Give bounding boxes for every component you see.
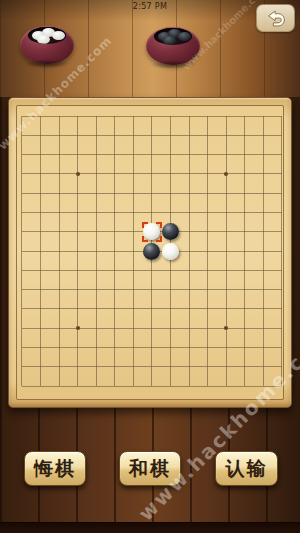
board-intersection[interactable]	[236, 299, 255, 318]
board-intersection[interactable]	[13, 376, 32, 395]
board-intersection[interactable]	[198, 319, 217, 338]
board-intersection[interactable]	[106, 338, 125, 357]
board-intersection[interactable]	[198, 106, 217, 125]
board-intersection[interactable]	[217, 241, 236, 260]
board-intersection[interactable]	[124, 376, 143, 395]
board-intersection[interactable]	[273, 357, 292, 376]
board-intersection[interactable]	[180, 261, 199, 280]
board-grid	[13, 106, 292, 395]
board-intersection[interactable]	[273, 261, 292, 280]
board-intersection[interactable]	[50, 299, 69, 318]
board-intersection[interactable]	[87, 241, 106, 260]
board-intersection[interactable]	[106, 376, 125, 395]
board-intersection[interactable]	[217, 222, 236, 241]
board-intersection[interactable]	[124, 319, 143, 338]
board-intersection[interactable]	[143, 222, 162, 241]
board-intersection[interactable]	[124, 299, 143, 318]
board-intersection[interactable]	[50, 203, 69, 222]
board-intersection[interactable]	[13, 145, 32, 164]
board-intersection[interactable]	[31, 261, 50, 280]
board-intersection[interactable]	[161, 106, 180, 125]
board-intersection[interactable]	[198, 222, 217, 241]
board-intersection[interactable]	[180, 338, 199, 357]
board-intersection[interactable]	[68, 106, 87, 125]
board-intersection[interactable]	[106, 126, 125, 145]
board-intersection[interactable]	[273, 376, 292, 395]
board-intersection[interactable]	[50, 319, 69, 338]
board-intersection[interactable]	[124, 164, 143, 183]
board-intersection[interactable]	[87, 106, 106, 125]
board-intersection[interactable]	[87, 145, 106, 164]
board-intersection[interactable]	[198, 376, 217, 395]
board-intersection[interactable]	[254, 241, 273, 260]
board-intersection[interactable]	[236, 126, 255, 145]
board-intersection[interactable]	[198, 203, 217, 222]
white-stone-bowl	[20, 26, 74, 64]
board-intersection[interactable]	[50, 106, 69, 125]
board-intersection[interactable]	[50, 357, 69, 376]
board-intersection[interactable]	[273, 145, 292, 164]
board-intersection[interactable]	[87, 338, 106, 357]
board-intersection[interactable]	[143, 376, 162, 395]
board-intersection[interactable]	[161, 164, 180, 183]
board-intersection[interactable]	[106, 222, 125, 241]
board-intersection[interactable]	[217, 299, 236, 318]
board-intersection[interactable]	[180, 164, 199, 183]
board-intersection[interactable]	[161, 222, 180, 241]
board-intersection[interactable]	[236, 261, 255, 280]
board-intersection[interactable]	[254, 319, 273, 338]
board-intersection[interactable]	[217, 184, 236, 203]
board-intersection[interactable]	[50, 164, 69, 183]
board-intersection[interactable]	[124, 261, 143, 280]
board-intersection[interactable]	[143, 241, 162, 260]
board-intersection[interactable]	[254, 338, 273, 357]
bowl-opening	[154, 28, 192, 45]
board-intersection[interactable]	[254, 357, 273, 376]
board-intersection[interactable]	[161, 357, 180, 376]
board-intersection[interactable]	[13, 203, 32, 222]
board-intersection[interactable]	[143, 299, 162, 318]
board-intersection[interactable]	[180, 357, 199, 376]
board-intersection[interactable]	[106, 299, 125, 318]
board-intersection[interactable]	[31, 299, 50, 318]
resign-button[interactable]: 认输	[215, 451, 278, 486]
star-point	[224, 326, 228, 330]
black-stone	[143, 243, 160, 260]
board-intersection[interactable]	[13, 299, 32, 318]
board-intersection[interactable]	[68, 203, 87, 222]
board-intersection[interactable]	[161, 241, 180, 260]
board-intersection[interactable]	[273, 299, 292, 318]
board-intersection[interactable]	[161, 145, 180, 164]
board-intersection[interactable]	[254, 299, 273, 318]
star-point	[224, 172, 228, 176]
board-intersection[interactable]	[254, 222, 273, 241]
board-intersection[interactable]	[217, 319, 236, 338]
undo-move-button[interactable]: 悔棋	[24, 451, 86, 486]
board-intersection[interactable]	[236, 357, 255, 376]
board-intersection[interactable]	[273, 241, 292, 260]
board-intersection[interactable]	[31, 338, 50, 357]
board-intersection[interactable]	[13, 338, 32, 357]
board-intersection[interactable]	[68, 357, 87, 376]
board-intersection[interactable]	[50, 280, 69, 299]
offer-draw-button[interactable]: 和棋	[119, 451, 181, 486]
black-stone-bowl	[146, 27, 200, 65]
board-intersection[interactable]	[180, 126, 199, 145]
board-intersection[interactable]	[236, 319, 255, 338]
board-intersection[interactable]	[31, 376, 50, 395]
board-intersection[interactable]	[50, 241, 69, 260]
board-intersection[interactable]	[31, 319, 50, 338]
board-intersection[interactable]	[106, 319, 125, 338]
board-intersection[interactable]	[31, 241, 50, 260]
board-intersection[interactable]	[124, 280, 143, 299]
board-intersection[interactable]	[273, 164, 292, 183]
board-intersection[interactable]	[180, 184, 199, 203]
app-screen: 2:57 PM 悔棋 和棋 认输 www.hackhome.com www.ha…	[0, 0, 300, 533]
board-intersection[interactable]	[273, 338, 292, 357]
last-move-marker	[142, 222, 162, 242]
board-intersection[interactable]	[106, 106, 125, 125]
board-intersection[interactable]	[180, 299, 199, 318]
board-intersection[interactable]	[13, 241, 32, 260]
board-intersection[interactable]	[180, 319, 199, 338]
board-intersection[interactable]	[31, 164, 50, 183]
star-point	[76, 326, 80, 330]
board-intersection[interactable]	[13, 357, 32, 376]
board-intersection[interactable]	[236, 338, 255, 357]
board-intersection[interactable]	[254, 376, 273, 395]
board-intersection[interactable]	[124, 203, 143, 222]
board-intersection[interactable]	[198, 338, 217, 357]
board-intersection[interactable]	[50, 261, 69, 280]
board-intersection[interactable]	[68, 222, 87, 241]
board-intersection[interactable]	[31, 184, 50, 203]
board-intersection[interactable]	[68, 164, 87, 183]
board-intersection[interactable]	[217, 145, 236, 164]
board-intersection[interactable]	[161, 126, 180, 145]
board-intersection[interactable]	[254, 145, 273, 164]
board-intersection[interactable]	[143, 280, 162, 299]
board-intersection[interactable]	[273, 319, 292, 338]
board-intersection[interactable]	[50, 126, 69, 145]
board-intersection[interactable]	[161, 299, 180, 318]
board-intersection[interactable]	[106, 261, 125, 280]
board-intersection[interactable]	[31, 357, 50, 376]
board-intersection[interactable]	[13, 222, 32, 241]
board-intersection[interactable]	[161, 338, 180, 357]
board-intersection[interactable]	[161, 280, 180, 299]
board-intersection[interactable]	[217, 261, 236, 280]
board-intersection[interactable]	[87, 184, 106, 203]
board-intersection[interactable]	[124, 338, 143, 357]
board-intersection[interactable]	[198, 357, 217, 376]
board-intersection[interactable]	[273, 203, 292, 222]
board-intersection[interactable]	[236, 106, 255, 125]
board-intersection[interactable]	[68, 261, 87, 280]
board-intersection[interactable]	[50, 376, 69, 395]
board-intersection[interactable]	[236, 222, 255, 241]
board-intersection[interactable]	[143, 126, 162, 145]
status-bar-time: 2:57 PM	[0, 2, 300, 11]
board-intersection[interactable]	[254, 261, 273, 280]
board-intersection[interactable]	[143, 319, 162, 338]
board-intersection[interactable]	[236, 164, 255, 183]
board-intersection[interactable]	[13, 126, 32, 145]
board-intersection[interactable]	[31, 145, 50, 164]
board-intersection[interactable]	[180, 106, 199, 125]
board-intersection[interactable]	[13, 164, 32, 183]
board-intersection[interactable]	[68, 241, 87, 260]
board-intersection[interactable]	[87, 280, 106, 299]
board-intersection[interactable]	[198, 126, 217, 145]
board-intersection[interactable]	[87, 376, 106, 395]
board-intersection[interactable]	[68, 299, 87, 318]
board-intersection[interactable]	[217, 280, 236, 299]
wood-baseboard	[0, 522, 300, 533]
board-intersection[interactable]	[13, 261, 32, 280]
board-intersection[interactable]	[143, 106, 162, 125]
board-intersection[interactable]	[68, 338, 87, 357]
board-intersection[interactable]	[180, 145, 199, 164]
board-intersection[interactable]	[124, 106, 143, 125]
board-intersection[interactable]	[13, 184, 32, 203]
board-intersection[interactable]	[217, 106, 236, 125]
board-intersection[interactable]	[87, 126, 106, 145]
board-intersection[interactable]	[236, 280, 255, 299]
board-intersection[interactable]	[143, 184, 162, 203]
board-intersection[interactable]	[124, 145, 143, 164]
board-intersection[interactable]	[31, 126, 50, 145]
board-intersection[interactable]	[87, 222, 106, 241]
white-stone	[162, 243, 179, 260]
board-intersection[interactable]	[180, 280, 199, 299]
board-intersection[interactable]	[31, 280, 50, 299]
return-button[interactable]	[256, 4, 295, 32]
board-intersection[interactable]	[31, 222, 50, 241]
board-intersection[interactable]	[68, 376, 87, 395]
board-intersection[interactable]	[124, 357, 143, 376]
bowl-opening	[28, 27, 66, 44]
board-intersection[interactable]	[124, 241, 143, 260]
board-intersection[interactable]	[106, 164, 125, 183]
board-intersection[interactable]	[143, 164, 162, 183]
board-intersection[interactable]	[273, 184, 292, 203]
board-intersection[interactable]	[236, 376, 255, 395]
board-intersection[interactable]	[50, 222, 69, 241]
board-intersection[interactable]	[161, 319, 180, 338]
board-intersection[interactable]	[217, 126, 236, 145]
board-intersection[interactable]	[31, 203, 50, 222]
return-arrow-icon	[265, 8, 287, 29]
board-intersection[interactable]	[198, 241, 217, 260]
board-intersection[interactable]	[87, 203, 106, 222]
board-intersection[interactable]	[87, 164, 106, 183]
board-intersection[interactable]	[236, 145, 255, 164]
board-intersection[interactable]	[143, 145, 162, 164]
board-intersection[interactable]	[87, 299, 106, 318]
board-intersection[interactable]	[13, 280, 32, 299]
board-intersection[interactable]	[87, 319, 106, 338]
board-intersection[interactable]	[254, 164, 273, 183]
board-intersection[interactable]	[106, 280, 125, 299]
board-intersection[interactable]	[273, 280, 292, 299]
board-intersection[interactable]	[50, 184, 69, 203]
board-intersection[interactable]	[87, 357, 106, 376]
board-intersection[interactable]	[68, 184, 87, 203]
board-intersection[interactable]	[50, 145, 69, 164]
board-intersection[interactable]	[13, 319, 32, 338]
board-intersection[interactable]	[31, 106, 50, 125]
board-intersection[interactable]	[254, 184, 273, 203]
board-intersection[interactable]	[161, 376, 180, 395]
board-intersection[interactable]	[161, 261, 180, 280]
board-intersection[interactable]	[161, 203, 180, 222]
board-intersection[interactable]	[273, 106, 292, 125]
board-intersection[interactable]	[198, 145, 217, 164]
board-intersection[interactable]	[68, 319, 87, 338]
board-intersection[interactable]	[180, 222, 199, 241]
board-intersection[interactable]	[68, 126, 87, 145]
star-point	[76, 172, 80, 176]
board-intersection[interactable]	[124, 222, 143, 241]
board-intersection[interactable]	[124, 184, 143, 203]
board-intersection[interactable]	[236, 241, 255, 260]
board-intersection[interactable]	[198, 280, 217, 299]
board-intersection[interactable]	[50, 338, 69, 357]
board-intersection[interactable]	[236, 184, 255, 203]
board-intersection[interactable]	[143, 338, 162, 357]
board-intersection[interactable]	[217, 164, 236, 183]
black-stone	[162, 223, 179, 240]
board-intersection[interactable]	[180, 203, 199, 222]
board-intersection[interactable]	[217, 203, 236, 222]
board-intersection[interactable]	[198, 261, 217, 280]
board-intersection[interactable]	[198, 299, 217, 318]
board-intersection[interactable]	[273, 126, 292, 145]
board-intersection[interactable]	[254, 106, 273, 125]
board-intersection[interactable]	[217, 376, 236, 395]
board-intersection[interactable]	[13, 106, 32, 125]
board-intersection[interactable]	[254, 126, 273, 145]
board-intersection[interactable]	[217, 357, 236, 376]
board-intersection[interactable]	[68, 145, 87, 164]
board-intersection[interactable]	[273, 222, 292, 241]
board-intersection[interactable]	[180, 241, 199, 260]
board-intersection[interactable]	[106, 357, 125, 376]
board-intersection[interactable]	[124, 126, 143, 145]
board-intersection[interactable]	[143, 203, 162, 222]
board-intersection[interactable]	[161, 184, 180, 203]
board-intersection[interactable]	[143, 357, 162, 376]
board-intersection[interactable]	[106, 145, 125, 164]
board-intersection[interactable]	[254, 203, 273, 222]
board-intersection[interactable]	[106, 203, 125, 222]
board-intersection[interactable]	[217, 338, 236, 357]
board-intersection[interactable]	[68, 280, 87, 299]
board-intersection[interactable]	[87, 261, 106, 280]
board-intersection[interactable]	[198, 184, 217, 203]
board-intersection[interactable]	[180, 376, 199, 395]
board-intersection[interactable]	[106, 241, 125, 260]
board-intersection[interactable]	[236, 203, 255, 222]
board-intersection[interactable]	[106, 184, 125, 203]
board-intersection[interactable]	[198, 164, 217, 183]
board-intersection[interactable]	[143, 261, 162, 280]
board-intersection[interactable]	[254, 280, 273, 299]
gomoku-board	[8, 97, 292, 408]
